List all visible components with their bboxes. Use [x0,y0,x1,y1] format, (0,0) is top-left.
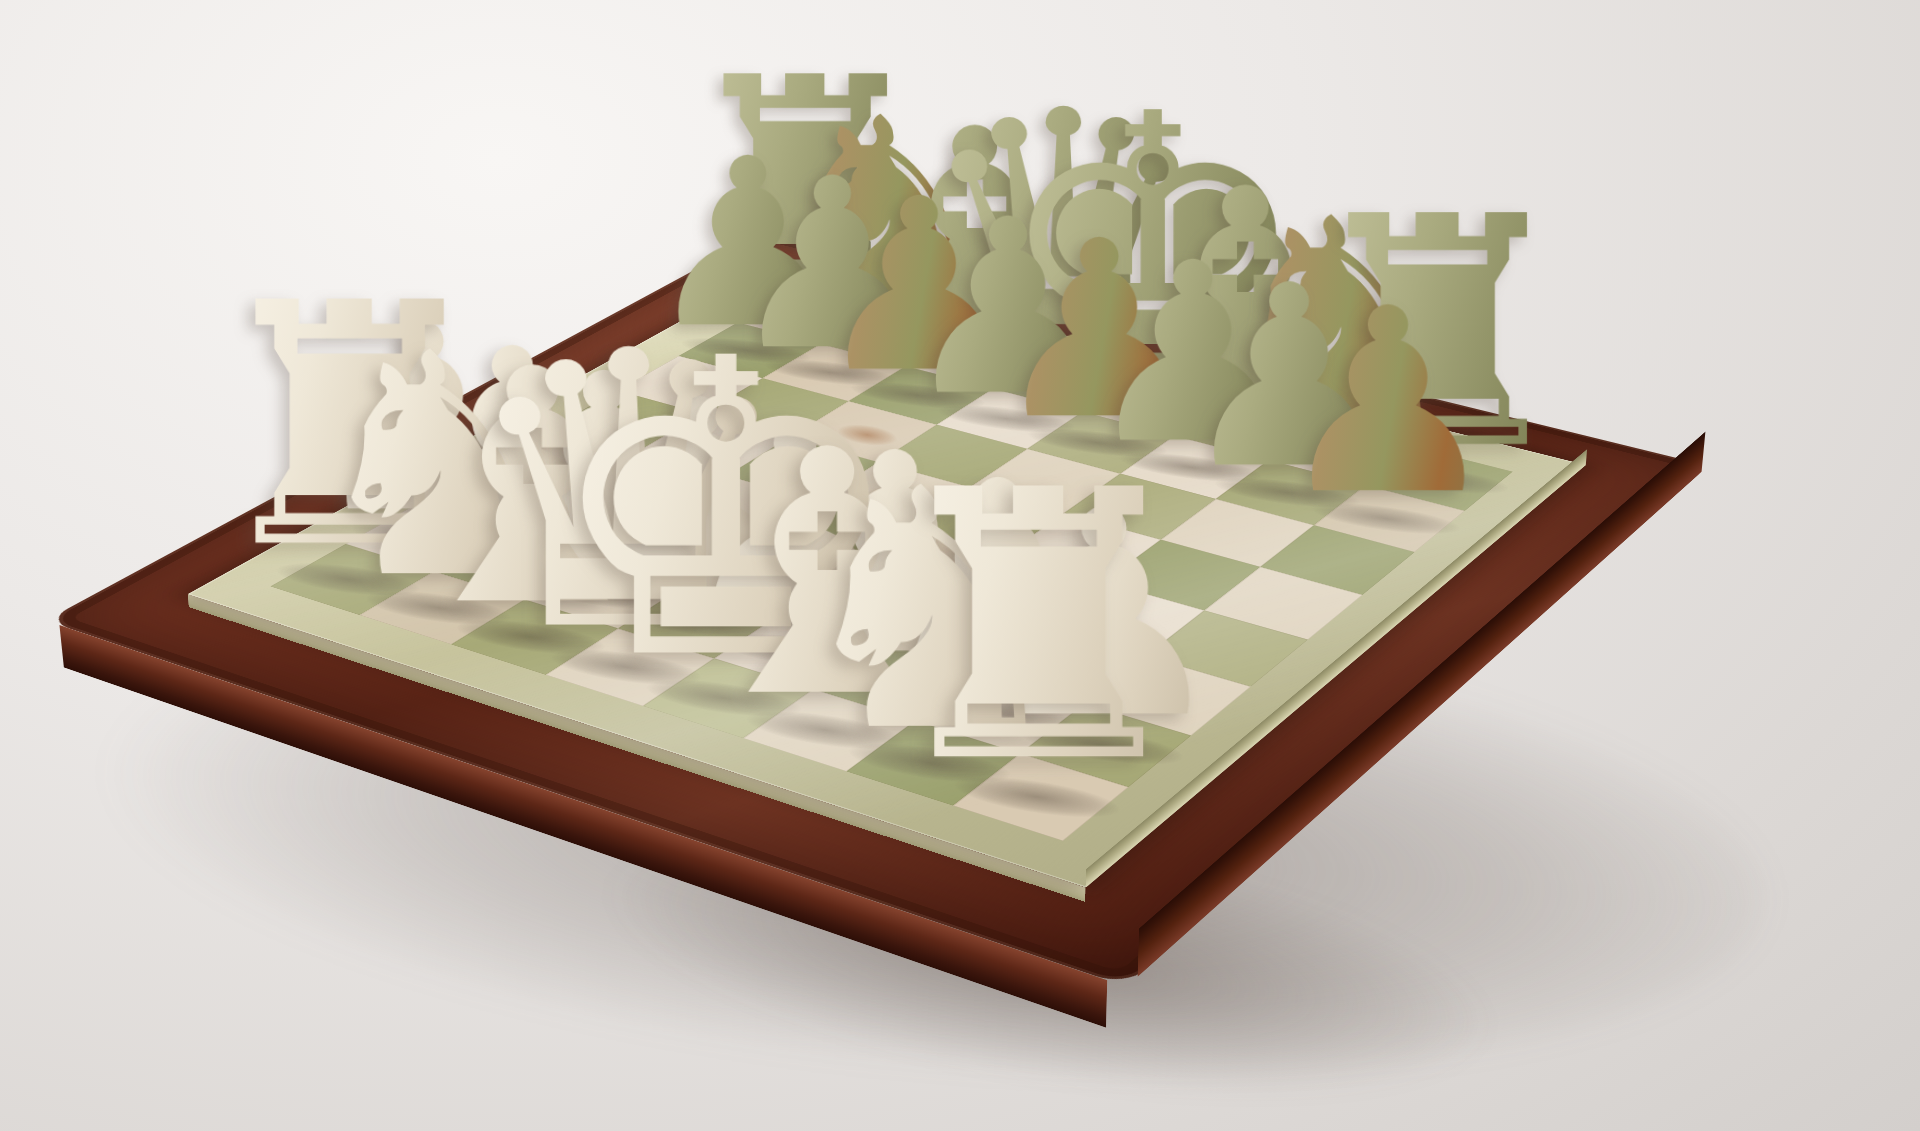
photo-backdrop: ♜♞♝♛♚♝♞♜♟♟♟♟♟♟♟♟♟♟♟♟♟♟♟♟♜♞♝♛♚♝♞♜ [0,0,1920,1131]
piece-white-rook-h1[interactable]: ♜ [872,457,1205,798]
onyx-board-surface: ♜♞♝♛♚♝♞♜♟♟♟♟♟♟♟♟♟♟♟♟♟♟♟♟♜♞♝♛♚♝♞♜ [188,265,1586,888]
piece-green-pawn-h7[interactable]: ♟ [1274,286,1502,520]
scene: ♜♞♝♛♚♝♞♜♟♟♟♟♟♟♟♟♟♟♟♟♟♟♟♟♜♞♝♛♚♝♞♜ [0,0,1920,1131]
chess-board: ♜♞♝♛♚♝♞♜♟♟♟♟♟♟♟♟♟♟♟♟♟♟♟♟♜♞♝♛♚♝♞♜ [46,234,1709,987]
